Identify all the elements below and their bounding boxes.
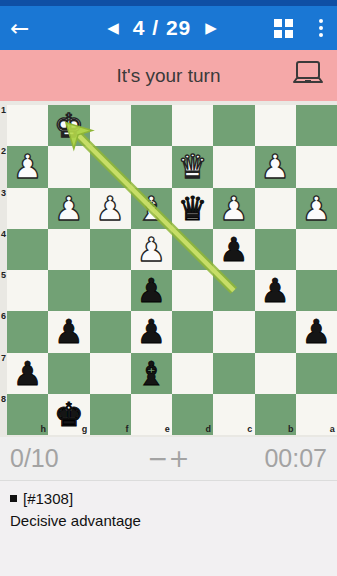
square-h5[interactable]: [7, 270, 48, 311]
square-c3[interactable]: ♟: [213, 188, 254, 229]
square-a4[interactable]: [296, 229, 337, 270]
square-h2[interactable]: ♟: [7, 146, 48, 187]
overflow-menu-icon[interactable]: [315, 17, 327, 39]
square-h6[interactable]: [7, 311, 48, 352]
square-g7[interactable]: [48, 353, 89, 394]
file-label-f: f: [90, 424, 129, 434]
file-label-e: e: [131, 424, 170, 434]
square-g3[interactable]: ♟: [48, 188, 89, 229]
square-a7[interactable]: [296, 353, 337, 394]
back-icon[interactable]: ←: [10, 15, 50, 41]
square-e2[interactable]: [131, 146, 172, 187]
rank-label-1: 1: [1, 106, 6, 115]
square-c7[interactable]: [213, 353, 254, 394]
chess-board[interactable]: ♚♟♛♟♟♟♝♛♟♟♟♟♟♟♟♟♟♟♝♚12345678hgfedcba: [7, 105, 337, 435]
black-pawn: ♟: [219, 229, 249, 270]
square-b3[interactable]: [255, 188, 296, 229]
black-pawn: ♟: [137, 270, 167, 311]
square-d1[interactable]: [172, 105, 213, 146]
square-e3[interactable]: ♝: [131, 188, 172, 229]
white-pawn: ♟: [95, 188, 125, 229]
square-a6[interactable]: ♟: [296, 311, 337, 352]
puzzle-pager: ◀ 4 / 29 ▶: [50, 16, 274, 40]
square-f1[interactable]: [90, 105, 131, 146]
prev-puzzle-icon[interactable]: ◀: [107, 19, 119, 37]
black-pawn: ♟: [13, 353, 43, 394]
rank-label-5: 5: [1, 271, 6, 280]
square-g5[interactable]: [48, 270, 89, 311]
square-h3[interactable]: [7, 188, 48, 229]
white-pawn: ♟: [54, 188, 84, 229]
square-c4[interactable]: ♟: [213, 229, 254, 270]
square-f2[interactable]: [90, 146, 131, 187]
square-g2[interactable]: [48, 146, 89, 187]
square-c6[interactable]: [213, 311, 254, 352]
puzzle-info: [#1308] Decisive advantage: [0, 481, 337, 538]
turn-banner-text: It's your turn: [117, 65, 221, 87]
rank-label-7: 7: [1, 354, 6, 363]
square-b6[interactable]: [255, 311, 296, 352]
square-f4[interactable]: [90, 229, 131, 270]
square-c5[interactable]: [213, 270, 254, 311]
square-f3[interactable]: ♟: [90, 188, 131, 229]
square-b7[interactable]: [255, 353, 296, 394]
square-b2[interactable]: ♟: [255, 146, 296, 187]
score-counter: 0/10: [10, 444, 100, 473]
black-pawn: ♟: [137, 311, 167, 352]
white-queen: ♛: [178, 146, 208, 187]
square-d2[interactable]: ♛: [172, 146, 213, 187]
square-b1[interactable]: [255, 105, 296, 146]
black-queen: ♛: [178, 188, 208, 229]
board-area: ♚♟♛♟♟♟♝♛♟♟♟♟♟♟♟♟♟♟♝♚12345678hgfedcba: [0, 101, 337, 437]
square-g4[interactable]: [48, 229, 89, 270]
square-a5[interactable]: [296, 270, 337, 311]
square-d5[interactable]: [172, 270, 213, 311]
square-c1[interactable]: [213, 105, 254, 146]
square-d7[interactable]: [172, 353, 213, 394]
bullet-icon: [10, 495, 17, 502]
square-f5[interactable]: [90, 270, 131, 311]
black-pawn: ♟: [260, 270, 290, 311]
app-bar: ← ◀ 4 / 29 ▶: [0, 6, 337, 50]
square-d4[interactable]: [172, 229, 213, 270]
file-label-b: b: [255, 424, 294, 434]
file-label-g: g: [48, 424, 87, 434]
square-b5[interactable]: ♟: [255, 270, 296, 311]
square-e4[interactable]: ♟: [131, 229, 172, 270]
white-pawn: ♟: [260, 146, 290, 187]
square-h1[interactable]: [7, 105, 48, 146]
square-f7[interactable]: [90, 353, 131, 394]
bottom-status-bar: 0/10 −+ 00:07: [0, 437, 337, 481]
puzzle-list-icon[interactable]: [274, 19, 293, 38]
square-e5[interactable]: ♟: [131, 270, 172, 311]
rank-label-8: 8: [1, 395, 6, 404]
square-d3[interactable]: ♛: [172, 188, 213, 229]
next-puzzle-icon[interactable]: ▶: [205, 19, 217, 37]
square-g1[interactable]: ♚: [48, 105, 89, 146]
file-label-c: c: [213, 424, 252, 434]
black-pawn: ♟: [302, 311, 332, 352]
turn-banner: It's your turn: [0, 50, 337, 101]
puzzle-id: [#1308]: [23, 490, 73, 507]
white-pawn: ♟: [219, 188, 249, 229]
square-h7[interactable]: ♟: [7, 353, 48, 394]
white-pawn: ♟: [302, 188, 332, 229]
square-a1[interactable]: [296, 105, 337, 146]
rank-label-2: 2: [1, 147, 6, 156]
black-pawn: ♟: [54, 311, 84, 352]
white-pawn: ♟: [13, 146, 43, 187]
rank-label-6: 6: [1, 312, 6, 321]
square-e7[interactable]: ♝: [131, 353, 172, 394]
laptop-icon: [291, 60, 325, 88]
square-e1[interactable]: [131, 105, 172, 146]
square-a2[interactable]: [296, 146, 337, 187]
timer: 00:07: [237, 444, 327, 473]
rank-label-4: 4: [1, 230, 6, 239]
square-a3[interactable]: ♟: [296, 188, 337, 229]
white-pawn: ♟: [137, 229, 167, 270]
puzzle-counter[interactable]: 4 / 29: [133, 16, 192, 40]
square-e6[interactable]: ♟: [131, 311, 172, 352]
rank-label-3: 3: [1, 189, 6, 198]
file-label-d: d: [172, 424, 211, 434]
square-g6[interactable]: ♟: [48, 311, 89, 352]
white-king: ♚: [54, 105, 84, 146]
square-d6[interactable]: [172, 311, 213, 352]
white-bishop: ♝: [137, 188, 167, 229]
square-f6[interactable]: [90, 311, 131, 352]
square-c2[interactable]: [213, 146, 254, 187]
puzzle-evaluation: Decisive advantage: [10, 512, 327, 529]
black-bishop: ♝: [137, 353, 167, 394]
file-label-h: h: [7, 424, 46, 434]
file-label-a: a: [296, 424, 335, 434]
square-b4[interactable]: [255, 229, 296, 270]
square-h4[interactable]: [7, 229, 48, 270]
evaluation-symbol: −+: [100, 444, 237, 473]
